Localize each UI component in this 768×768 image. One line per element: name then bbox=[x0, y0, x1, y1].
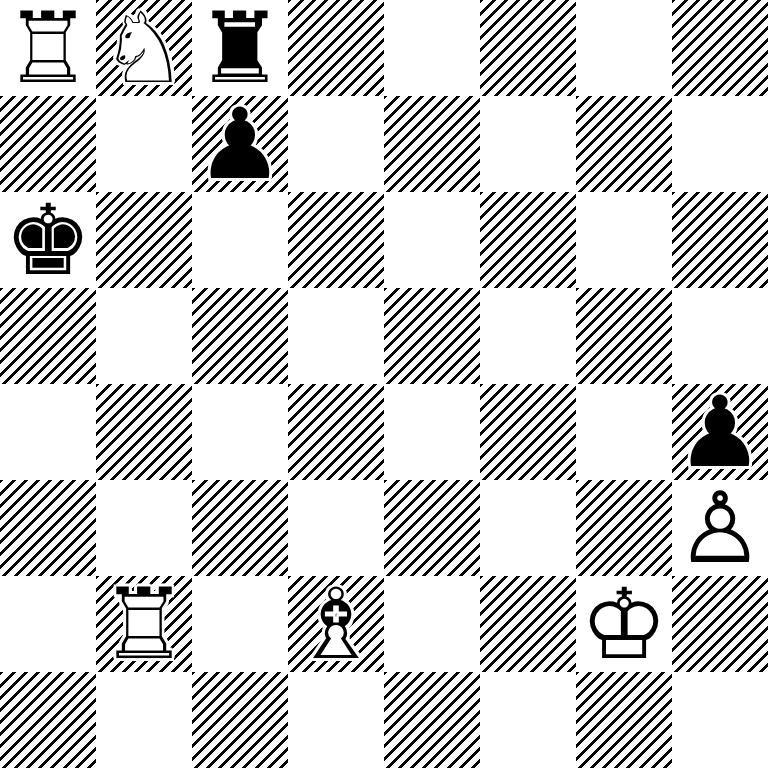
chess-diagram: { "game": "chess", "position": { "fen": … bbox=[0, 0, 768, 768]
piece-white-bishop[interactable]: ♝♗ bbox=[288, 576, 384, 672]
piece-glyph: ♖ bbox=[0, 0, 96, 96]
square-a6[interactable]: ♚♚ bbox=[0, 192, 96, 288]
piece-glyph: ♟ bbox=[672, 384, 768, 480]
square-b3[interactable] bbox=[96, 480, 192, 576]
square-d2[interactable]: ♝♗ bbox=[288, 576, 384, 672]
square-b5[interactable] bbox=[96, 288, 192, 384]
square-d4[interactable] bbox=[288, 384, 384, 480]
piece-glyph: ♖ bbox=[96, 576, 192, 672]
piece-glyph: ♔ bbox=[576, 576, 672, 672]
square-e1[interactable] bbox=[384, 672, 480, 768]
square-h8[interactable] bbox=[672, 0, 768, 96]
square-d7[interactable] bbox=[288, 96, 384, 192]
square-h1[interactable] bbox=[672, 672, 768, 768]
square-f2[interactable] bbox=[480, 576, 576, 672]
square-e4[interactable] bbox=[384, 384, 480, 480]
square-d5[interactable] bbox=[288, 288, 384, 384]
square-e5[interactable] bbox=[384, 288, 480, 384]
square-a4[interactable] bbox=[0, 384, 96, 480]
square-b2[interactable]: ♜♖ bbox=[96, 576, 192, 672]
chess-board: ♜♖♞♘♜♜♟♟♚♚♟♟♟♙♜♖♝♗♚♔ bbox=[0, 0, 768, 768]
square-h7[interactable] bbox=[672, 96, 768, 192]
square-f3[interactable] bbox=[480, 480, 576, 576]
square-c6[interactable] bbox=[192, 192, 288, 288]
piece-white-knight[interactable]: ♞♘ bbox=[96, 0, 192, 96]
square-g8[interactable] bbox=[576, 0, 672, 96]
piece-glyph: ♗ bbox=[288, 576, 384, 672]
square-e7[interactable] bbox=[384, 96, 480, 192]
piece-white-rook[interactable]: ♜♖ bbox=[0, 0, 96, 96]
square-f1[interactable] bbox=[480, 672, 576, 768]
piece-black-king[interactable]: ♚♚ bbox=[0, 192, 96, 288]
square-f7[interactable] bbox=[480, 96, 576, 192]
square-d8[interactable] bbox=[288, 0, 384, 96]
square-h3[interactable]: ♟♙ bbox=[672, 480, 768, 576]
square-b8[interactable]: ♞♘ bbox=[96, 0, 192, 96]
square-a1[interactable] bbox=[0, 672, 96, 768]
square-c5[interactable] bbox=[192, 288, 288, 384]
square-h6[interactable] bbox=[672, 192, 768, 288]
square-a2[interactable] bbox=[0, 576, 96, 672]
piece-glyph: ♚ bbox=[0, 192, 96, 288]
square-c8[interactable]: ♜♜ bbox=[192, 0, 288, 96]
square-f4[interactable] bbox=[480, 384, 576, 480]
square-b4[interactable] bbox=[96, 384, 192, 480]
square-c3[interactable] bbox=[192, 480, 288, 576]
square-c2[interactable] bbox=[192, 576, 288, 672]
square-f5[interactable] bbox=[480, 288, 576, 384]
square-b1[interactable] bbox=[96, 672, 192, 768]
square-b7[interactable] bbox=[96, 96, 192, 192]
piece-glyph: ♘ bbox=[96, 0, 192, 96]
square-e8[interactable] bbox=[384, 0, 480, 96]
piece-white-king[interactable]: ♚♔ bbox=[576, 576, 672, 672]
piece-glyph: ♙ bbox=[672, 480, 768, 576]
piece-white-rook[interactable]: ♜♖ bbox=[96, 576, 192, 672]
square-g5[interactable] bbox=[576, 288, 672, 384]
square-b6[interactable] bbox=[96, 192, 192, 288]
square-g3[interactable] bbox=[576, 480, 672, 576]
square-e6[interactable] bbox=[384, 192, 480, 288]
square-e2[interactable] bbox=[384, 576, 480, 672]
square-g1[interactable] bbox=[576, 672, 672, 768]
square-a5[interactable] bbox=[0, 288, 96, 384]
square-g4[interactable] bbox=[576, 384, 672, 480]
piece-black-pawn[interactable]: ♟♟ bbox=[192, 96, 288, 192]
square-c7[interactable]: ♟♟ bbox=[192, 96, 288, 192]
square-f6[interactable] bbox=[480, 192, 576, 288]
square-c1[interactable] bbox=[192, 672, 288, 768]
piece-glyph: ♜ bbox=[192, 0, 288, 96]
piece-black-pawn[interactable]: ♟♟ bbox=[672, 384, 768, 480]
square-h5[interactable] bbox=[672, 288, 768, 384]
square-e3[interactable] bbox=[384, 480, 480, 576]
square-h2[interactable] bbox=[672, 576, 768, 672]
square-d1[interactable] bbox=[288, 672, 384, 768]
piece-black-rook[interactable]: ♜♜ bbox=[192, 0, 288, 96]
square-a8[interactable]: ♜♖ bbox=[0, 0, 96, 96]
square-h4[interactable]: ♟♟ bbox=[672, 384, 768, 480]
square-f8[interactable] bbox=[480, 0, 576, 96]
piece-glyph: ♟ bbox=[192, 96, 288, 192]
square-a7[interactable] bbox=[0, 96, 96, 192]
piece-white-pawn[interactable]: ♟♙ bbox=[672, 480, 768, 576]
square-g7[interactable] bbox=[576, 96, 672, 192]
square-d3[interactable] bbox=[288, 480, 384, 576]
square-a3[interactable] bbox=[0, 480, 96, 576]
square-c4[interactable] bbox=[192, 384, 288, 480]
square-d6[interactable] bbox=[288, 192, 384, 288]
square-g2[interactable]: ♚♔ bbox=[576, 576, 672, 672]
square-g6[interactable] bbox=[576, 192, 672, 288]
